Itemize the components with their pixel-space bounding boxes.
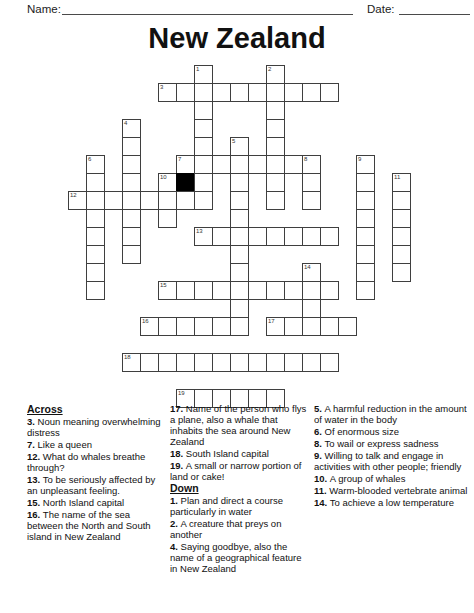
clue-item: 8. To wail or express sadness	[314, 438, 472, 449]
grid-cell[interactable]	[158, 353, 177, 372]
grid-cell[interactable]	[248, 353, 267, 372]
clue-number: 18.	[170, 448, 186, 459]
grid-cell[interactable]	[392, 209, 411, 228]
grid-cell[interactable]	[212, 317, 231, 336]
cell-number-label: 18	[124, 354, 131, 361]
grid-cell[interactable]	[266, 173, 285, 192]
grid-cell[interactable]: 12	[68, 191, 87, 210]
clue-item: 4. Saying goodbye, also the name of a ge…	[170, 541, 311, 574]
grid-cell[interactable]	[194, 191, 213, 210]
grid-cell[interactable]	[230, 209, 249, 228]
grid-cell[interactable]: 15	[158, 281, 177, 300]
grid-cell[interactable]	[356, 263, 375, 282]
clue-item: 7. Like a queen	[27, 439, 167, 450]
grid-cell[interactable]	[212, 281, 231, 300]
grid-cell[interactable]	[158, 191, 177, 210]
grid-cell[interactable]	[320, 227, 339, 246]
grid-cell[interactable]	[158, 317, 177, 336]
crossword-grid: 12345678910111213141516171819	[68, 65, 410, 407]
grid-cell[interactable]	[212, 353, 231, 372]
grid-cell[interactable]	[320, 281, 339, 300]
grid-cell[interactable]	[392, 263, 411, 282]
grid-cell[interactable]	[302, 191, 321, 210]
clue-number: 3.	[27, 416, 38, 427]
clue-number: 6.	[314, 426, 325, 437]
cell-number-label: 15	[160, 282, 167, 289]
clue-number: 4.	[170, 541, 181, 552]
grid-cell[interactable]	[392, 227, 411, 246]
grid-cell[interactable]	[86, 263, 105, 282]
grid-cell[interactable]: 17	[266, 317, 285, 336]
grid-cell[interactable]	[266, 227, 285, 246]
clue-number: 10.	[314, 473, 330, 484]
grid-cell[interactable]	[86, 227, 105, 246]
grid-cell[interactable]	[320, 317, 339, 336]
cell-number-label: 2	[268, 66, 271, 73]
grid-cell[interactable]	[230, 299, 249, 318]
grid-cell[interactable]	[158, 209, 177, 228]
cell-number-label: 1	[196, 66, 199, 73]
grid-cell[interactable]	[302, 317, 321, 336]
grid-cell[interactable]	[266, 353, 285, 372]
clue-number: 8.	[314, 438, 325, 449]
grid-cell[interactable]: 14	[302, 263, 321, 282]
grid-cell[interactable]	[248, 155, 267, 174]
clues-column-down: 5. A harmful reduction in the amount of …	[314, 403, 472, 509]
grid-cell[interactable]	[176, 281, 195, 300]
grid-cell[interactable]	[356, 191, 375, 210]
grid-cell[interactable]	[194, 173, 213, 192]
clue-number: 5.	[314, 403, 325, 414]
clue-number: 11.	[314, 485, 329, 496]
grid-cell[interactable]	[356, 227, 375, 246]
grid-cell[interactable]	[86, 245, 105, 264]
clue-number: 9.	[314, 450, 325, 461]
grid-cell[interactable]	[230, 191, 249, 210]
clue-list-header: Down	[170, 483, 311, 494]
cell-number-label: 10	[160, 174, 167, 181]
cell-number-label: 3	[160, 84, 163, 91]
grid-cell[interactable]	[266, 119, 285, 138]
grid-cell[interactable]: 10	[158, 173, 177, 192]
date-input-line[interactable]	[399, 1, 470, 15]
grid-cell[interactable]	[86, 191, 105, 210]
grid-cell[interactable]	[248, 281, 267, 300]
grid-cell[interactable]	[266, 101, 285, 120]
grid-cell[interactable]: 1	[194, 65, 213, 84]
grid-cell[interactable]	[212, 227, 231, 246]
name-input-line[interactable]	[62, 1, 353, 15]
grid-cell[interactable]	[356, 209, 375, 228]
clues-column-middle: 17. Name of the person who flys a plane,…	[170, 403, 311, 575]
grid-cell[interactable]: 3	[158, 83, 177, 102]
grid-cell[interactable]	[122, 173, 141, 192]
clue-item: 17. Name of the person who flys a plane,…	[170, 403, 311, 447]
grid-cell[interactable]	[284, 353, 303, 372]
grid-cell[interactable]	[248, 227, 267, 246]
grid-cell[interactable]	[122, 155, 141, 174]
grid-cell[interactable]	[122, 245, 141, 264]
grid-cell[interactable]	[176, 353, 195, 372]
grid-cell[interactable]	[266, 155, 285, 174]
grid-cell[interactable]	[392, 245, 411, 264]
blocked-cell	[176, 173, 195, 192]
grid-cell[interactable]	[122, 137, 141, 156]
cell-number-label: 9	[358, 156, 361, 163]
grid-cell[interactable]	[176, 191, 195, 210]
grid-cell[interactable]	[194, 155, 213, 174]
grid-cell[interactable]	[140, 353, 159, 372]
grid-cell[interactable]	[122, 227, 141, 246]
cell-number-label: 7	[178, 156, 181, 163]
clues-column-across: Across3. Noun meaning overwhelming distr…	[27, 403, 167, 543]
grid-cell[interactable]: 13	[194, 227, 213, 246]
grid-cell[interactable]	[302, 227, 321, 246]
grid-cell[interactable]	[320, 353, 339, 372]
grid-cell[interactable]: 11	[392, 173, 411, 192]
grid-cell[interactable]	[302, 353, 321, 372]
grid-cell[interactable]	[230, 245, 249, 264]
grid-cell[interactable]	[194, 101, 213, 120]
cell-number-label: 14	[304, 264, 311, 271]
cell-number-label: 8	[304, 156, 307, 163]
grid-cell[interactable]: 8	[302, 155, 321, 174]
grid-cell[interactable]	[122, 191, 141, 210]
clue-number: 14.	[314, 497, 330, 508]
grid-cell[interactable]	[230, 317, 249, 336]
grid-cell[interactable]	[284, 155, 303, 174]
grid-cell[interactable]	[248, 83, 267, 102]
grid-cell[interactable]: 4	[122, 119, 141, 138]
grid-cell[interactable]	[302, 83, 321, 102]
clue-number: 1.	[170, 495, 181, 506]
grid-cell[interactable]	[356, 245, 375, 264]
grid-cell[interactable]: 18	[122, 353, 141, 372]
grid-cell[interactable]	[302, 281, 321, 300]
grid-cell[interactable]	[230, 173, 249, 192]
grid-cell[interactable]	[338, 317, 357, 336]
grid-cell[interactable]	[230, 353, 249, 372]
clue-item: 11. Warm-blooded vertebrate animal	[314, 485, 472, 496]
grid-cell[interactable]	[266, 191, 285, 210]
grid-cell[interactable]	[176, 317, 195, 336]
clue-number: 19.	[170, 460, 186, 471]
clue-item: 14. To achieve a low temperature	[314, 497, 472, 508]
grid-cell[interactable]	[284, 227, 303, 246]
grid-cell[interactable]	[86, 281, 105, 300]
grid-cell[interactable]	[284, 317, 303, 336]
grid-cell[interactable]: 2	[266, 65, 285, 84]
clue-number: 12.	[27, 451, 43, 462]
grid-cell[interactable]	[302, 299, 321, 318]
grid-cell[interactable]: 9	[356, 155, 375, 174]
grid-cell[interactable]	[356, 281, 375, 300]
grid-cell[interactable]	[230, 281, 249, 300]
clue-number: 15.	[27, 497, 43, 508]
grid-cell[interactable]	[230, 263, 249, 282]
cell-number-label: 17	[268, 318, 275, 325]
date-label: Date:	[367, 3, 395, 15]
cell-number-label: 13	[196, 228, 203, 235]
clue-item: 18. South Island capital	[170, 448, 311, 459]
grid-cell[interactable]: 16	[140, 317, 159, 336]
grid-cell[interactable]	[230, 83, 249, 102]
clue-number: 16.	[27, 509, 43, 520]
grid-cell[interactable]	[266, 281, 285, 300]
cell-number-label: 12	[70, 192, 77, 199]
grid-cell[interactable]	[86, 209, 105, 228]
clue-item: 9. Willing to talk and engage in activit…	[314, 450, 472, 472]
clue-number: 17.	[170, 403, 186, 414]
grid-cell[interactable]	[230, 227, 249, 246]
grid-cell[interactable]: 5	[230, 137, 249, 156]
clue-item: 15. North Island capital	[27, 497, 167, 508]
clue-item: 16. The name of the sea between the Nort…	[27, 509, 167, 542]
grid-cell[interactable]	[320, 83, 339, 102]
page-title: New Zealand	[0, 22, 474, 55]
name-label: Name:	[27, 3, 61, 15]
clue-number: 7.	[27, 439, 38, 450]
clue-number: 2.	[170, 518, 181, 529]
grid-cell[interactable]	[176, 83, 195, 102]
cell-number-label: 19	[178, 390, 185, 397]
grid-cell[interactable]	[284, 281, 303, 300]
grid-cell[interactable]	[356, 173, 375, 192]
clue-item: 3. Noun meaning overwhelming distress	[27, 416, 167, 438]
grid-cell[interactable]	[194, 281, 213, 300]
grid-cell[interactable]	[392, 191, 411, 210]
grid-cell[interactable]	[122, 209, 141, 228]
cell-number-label: 11	[394, 174, 400, 181]
clue-item: 13. To be seriously affected by an unple…	[27, 474, 167, 496]
clue-item: 5. A harmful reduction in the amount of …	[314, 403, 472, 425]
cell-number-label: 16	[142, 318, 149, 325]
grid-cell[interactable]: 7	[176, 155, 195, 174]
grid-cell[interactable]	[266, 83, 285, 102]
grid-cell[interactable]	[194, 119, 213, 138]
grid-cell[interactable]: 6	[86, 155, 105, 174]
grid-cell[interactable]	[284, 83, 303, 102]
cell-number-label: 6	[88, 156, 91, 163]
clue-item: 19. A small or narrow portion of land or…	[170, 460, 311, 482]
clue-number: 13.	[27, 474, 43, 485]
grid-cell[interactable]	[86, 173, 105, 192]
clue-item: 2. A creature that preys on another	[170, 518, 311, 540]
clue-item: 1. Plan and direct a course particularly…	[170, 495, 311, 517]
grid-cell[interactable]	[302, 173, 321, 192]
grid-cell[interactable]	[212, 83, 231, 102]
grid-cell[interactable]	[194, 353, 213, 372]
clue-item: 12. What do whales breathe through?	[27, 451, 167, 473]
grid-cell[interactable]	[194, 83, 213, 102]
grid-cell[interactable]	[140, 191, 159, 210]
clue-list-header: Across	[27, 404, 167, 415]
cell-number-label: 4	[124, 120, 127, 127]
clue-item: 6. Of enormous size	[314, 426, 472, 437]
grid-cell[interactable]	[212, 155, 231, 174]
grid-cell[interactable]	[194, 317, 213, 336]
grid-cell[interactable]	[230, 155, 249, 174]
grid-cell[interactable]	[194, 137, 213, 156]
grid-cell[interactable]	[266, 137, 285, 156]
grid-cell[interactable]	[104, 191, 123, 210]
cell-number-label: 5	[232, 138, 235, 145]
clue-item: 10. A group of whales	[314, 473, 472, 484]
